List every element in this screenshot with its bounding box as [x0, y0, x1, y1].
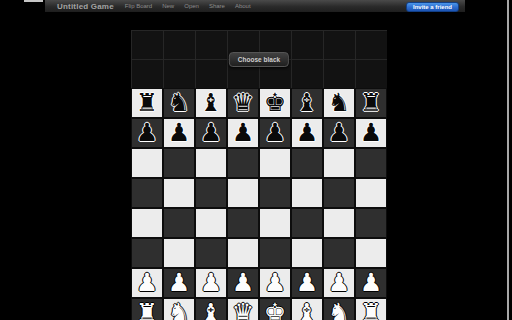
square-c8[interactable]: ♝	[195, 88, 227, 118]
square-a7[interactable]: ♟	[131, 118, 163, 148]
menu-item-open[interactable]: Open	[184, 3, 199, 9]
square-d2[interactable]: ♟	[227, 268, 259, 298]
menu-item-new[interactable]: New	[162, 3, 174, 9]
white-pawn: ♟	[360, 269, 382, 297]
white-pawn: ♟	[264, 269, 286, 297]
white-pawn: ♟	[200, 269, 222, 297]
square-h2[interactable]: ♟	[355, 268, 387, 298]
square-e3[interactable]	[259, 238, 291, 268]
square-d7[interactable]: ♟	[227, 118, 259, 148]
scrollbar-line[interactable]	[507, 0, 509, 320]
square-d5[interactable]	[227, 178, 259, 208]
square-a5[interactable]	[131, 178, 163, 208]
white-pawn: ♟	[232, 269, 254, 297]
white-knight: ♞	[168, 299, 190, 320]
black-bishop: ♝	[296, 89, 318, 117]
square-b2[interactable]: ♟	[163, 268, 195, 298]
square-f3[interactable]	[291, 238, 323, 268]
black-pawn: ♟	[200, 119, 222, 147]
square-f6[interactable]	[291, 148, 323, 178]
square-e1[interactable]: ♚	[259, 298, 291, 320]
menu-item-flip-board[interactable]: Flip Board	[125, 3, 152, 9]
square-g8[interactable]: ♞	[323, 88, 355, 118]
white-bishop: ♝	[200, 299, 222, 320]
square-g4[interactable]	[323, 208, 355, 238]
white-queen: ♛	[232, 299, 254, 320]
square-g2[interactable]: ♟	[323, 268, 355, 298]
menu-item-about[interactable]: About	[235, 3, 251, 9]
square-f2[interactable]: ♟	[291, 268, 323, 298]
black-queen: ♛	[232, 89, 254, 117]
square-f4[interactable]	[291, 208, 323, 238]
black-pawn: ♟	[264, 119, 286, 147]
white-king: ♚	[264, 299, 286, 320]
square-e6[interactable]	[259, 148, 291, 178]
square-e5[interactable]	[259, 178, 291, 208]
square-d1[interactable]: ♛	[227, 298, 259, 320]
square-a3[interactable]	[131, 238, 163, 268]
black-king: ♚	[264, 89, 286, 117]
square-h7[interactable]: ♟	[355, 118, 387, 148]
square-a2[interactable]: ♟	[131, 268, 163, 298]
white-pawn: ♟	[328, 269, 350, 297]
main-menu: Flip Board New Open Share About	[125, 3, 261, 9]
square-f5[interactable]	[291, 178, 323, 208]
game-title: Untitled Game	[57, 2, 114, 11]
white-bishop: ♝	[296, 299, 318, 320]
white-pawn: ♟	[168, 269, 190, 297]
square-e4[interactable]	[259, 208, 291, 238]
square-g6[interactable]	[323, 148, 355, 178]
square-b8[interactable]: ♞	[163, 88, 195, 118]
square-b4[interactable]	[163, 208, 195, 238]
window-chrome-sliver	[24, 0, 43, 2]
square-b1[interactable]: ♞	[163, 298, 195, 320]
black-pawn: ♟	[136, 119, 158, 147]
square-h4[interactable]	[355, 208, 387, 238]
square-a8[interactable]: ♜	[131, 88, 163, 118]
white-rook: ♜	[136, 299, 158, 320]
choose-black-button[interactable]: Choose black	[229, 52, 289, 67]
square-g7[interactable]: ♟	[323, 118, 355, 148]
topbar: Untitled Game Flip Board New Open Share …	[45, 0, 465, 13]
square-b7[interactable]: ♟	[163, 118, 195, 148]
black-pawn: ♟	[360, 119, 382, 147]
square-h5[interactable]	[355, 178, 387, 208]
white-knight: ♞	[328, 299, 350, 320]
square-e7[interactable]: ♟	[259, 118, 291, 148]
black-rook: ♜	[360, 89, 382, 117]
square-h8[interactable]: ♜	[355, 88, 387, 118]
square-h1[interactable]: ♜	[355, 298, 387, 320]
square-g1[interactable]: ♞	[323, 298, 355, 320]
square-b6[interactable]	[163, 148, 195, 178]
square-f1[interactable]: ♝	[291, 298, 323, 320]
square-d8[interactable]: ♛	[227, 88, 259, 118]
black-knight: ♞	[168, 89, 190, 117]
black-pawn: ♟	[328, 119, 350, 147]
black-pawn: ♟	[296, 119, 318, 147]
square-f8[interactable]: ♝	[291, 88, 323, 118]
square-e8[interactable]: ♚	[259, 88, 291, 118]
square-c5[interactable]	[195, 178, 227, 208]
white-pawn: ♟	[136, 269, 158, 297]
square-a6[interactable]	[131, 148, 163, 178]
square-d4[interactable]	[227, 208, 259, 238]
black-knight: ♞	[328, 89, 350, 117]
square-c6[interactable]	[195, 148, 227, 178]
square-h3[interactable]	[355, 238, 387, 268]
square-c4[interactable]	[195, 208, 227, 238]
chess-board: ♜♞♝♛♚♝♞♜♟♟♟♟♟♟♟♟♟♟♟♟♟♟♟♟♜♞♝♛♚♝♞♜	[131, 88, 387, 320]
square-d6[interactable]	[227, 148, 259, 178]
square-c3[interactable]	[195, 238, 227, 268]
black-rook: ♜	[136, 89, 158, 117]
square-b3[interactable]	[163, 238, 195, 268]
square-a1[interactable]: ♜	[131, 298, 163, 320]
invite-friend-button[interactable]: Invite a friend	[406, 2, 459, 12]
square-c1[interactable]: ♝	[195, 298, 227, 320]
square-e2[interactable]: ♟	[259, 268, 291, 298]
menu-item-share[interactable]: Share	[209, 3, 225, 9]
square-f7[interactable]: ♟	[291, 118, 323, 148]
black-bishop: ♝	[200, 89, 222, 117]
square-c7[interactable]: ♟	[195, 118, 227, 148]
black-pawn: ♟	[168, 119, 190, 147]
square-g3[interactable]	[323, 238, 355, 268]
white-rook: ♜	[360, 299, 382, 320]
square-a4[interactable]	[131, 208, 163, 238]
square-d3[interactable]	[227, 238, 259, 268]
square-h6[interactable]	[355, 148, 387, 178]
white-pawn: ♟	[296, 269, 318, 297]
square-b5[interactable]	[163, 178, 195, 208]
black-pawn: ♟	[232, 119, 254, 147]
square-c2[interactable]: ♟	[195, 268, 227, 298]
square-g5[interactable]	[323, 178, 355, 208]
